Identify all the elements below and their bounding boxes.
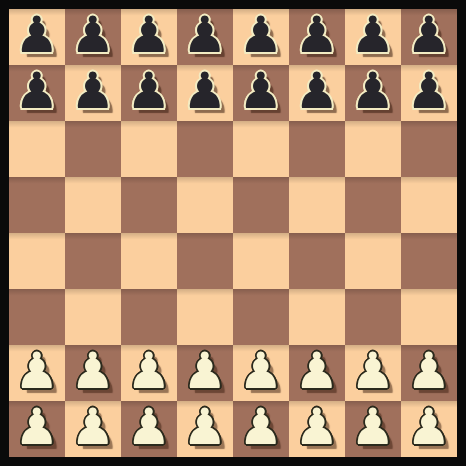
black-pawn[interactable]: ♟ xyxy=(351,63,396,119)
square-h4[interactable] xyxy=(401,233,457,289)
square-c7[interactable]: ♟ xyxy=(121,65,177,121)
square-g8[interactable]: ♟ xyxy=(345,9,401,65)
white-pawn[interactable]: ♟ xyxy=(351,343,396,399)
square-f4[interactable] xyxy=(289,233,345,289)
chess-board: ♟♟♟♟♟♟♟♟♟♟♟♟♟♟♟♟♟♟♟♟♟♟♟♟♟♟♟♟♟♟♟♟ xyxy=(9,9,457,457)
white-pawn[interactable]: ♟ xyxy=(15,343,60,399)
square-h3[interactable] xyxy=(401,289,457,345)
black-pawn[interactable]: ♟ xyxy=(407,63,452,119)
square-a1[interactable]: ♟ xyxy=(9,401,65,457)
square-c1[interactable]: ♟ xyxy=(121,401,177,457)
square-b1[interactable]: ♟ xyxy=(65,401,121,457)
square-h1[interactable]: ♟ xyxy=(401,401,457,457)
square-e6[interactable] xyxy=(233,121,289,177)
square-b5[interactable] xyxy=(65,177,121,233)
square-f3[interactable] xyxy=(289,289,345,345)
square-d8[interactable]: ♟ xyxy=(177,9,233,65)
square-g7[interactable]: ♟ xyxy=(345,65,401,121)
black-pawn[interactable]: ♟ xyxy=(15,63,60,119)
black-pawn[interactable]: ♟ xyxy=(127,63,172,119)
black-pawn[interactable]: ♟ xyxy=(183,63,228,119)
white-pawn[interactable]: ♟ xyxy=(295,399,340,455)
square-g6[interactable] xyxy=(345,121,401,177)
square-h5[interactable] xyxy=(401,177,457,233)
white-pawn[interactable]: ♟ xyxy=(183,399,228,455)
white-pawn[interactable]: ♟ xyxy=(351,399,396,455)
square-d2[interactable]: ♟ xyxy=(177,345,233,401)
square-c4[interactable] xyxy=(121,233,177,289)
black-pawn[interactable]: ♟ xyxy=(295,63,340,119)
square-g3[interactable] xyxy=(345,289,401,345)
square-b7[interactable]: ♟ xyxy=(65,65,121,121)
square-d7[interactable]: ♟ xyxy=(177,65,233,121)
square-a6[interactable] xyxy=(9,121,65,177)
square-g2[interactable]: ♟ xyxy=(345,345,401,401)
black-pawn[interactable]: ♟ xyxy=(127,7,172,63)
square-e2[interactable]: ♟ xyxy=(233,345,289,401)
square-a2[interactable]: ♟ xyxy=(9,345,65,401)
square-f1[interactable]: ♟ xyxy=(289,401,345,457)
black-pawn[interactable]: ♟ xyxy=(183,7,228,63)
black-pawn[interactable]: ♟ xyxy=(239,7,284,63)
black-pawn[interactable]: ♟ xyxy=(295,7,340,63)
square-f6[interactable] xyxy=(289,121,345,177)
square-e4[interactable] xyxy=(233,233,289,289)
square-g1[interactable]: ♟ xyxy=(345,401,401,457)
square-c2[interactable]: ♟ xyxy=(121,345,177,401)
white-pawn[interactable]: ♟ xyxy=(127,343,172,399)
square-h2[interactable]: ♟ xyxy=(401,345,457,401)
square-e3[interactable] xyxy=(233,289,289,345)
white-pawn[interactable]: ♟ xyxy=(183,343,228,399)
square-e8[interactable]: ♟ xyxy=(233,9,289,65)
square-a3[interactable] xyxy=(9,289,65,345)
square-b2[interactable]: ♟ xyxy=(65,345,121,401)
square-b3[interactable] xyxy=(65,289,121,345)
white-pawn[interactable]: ♟ xyxy=(407,399,452,455)
square-g4[interactable] xyxy=(345,233,401,289)
black-pawn[interactable]: ♟ xyxy=(71,7,116,63)
square-c6[interactable] xyxy=(121,121,177,177)
white-pawn[interactable]: ♟ xyxy=(239,399,284,455)
square-h7[interactable]: ♟ xyxy=(401,65,457,121)
square-d6[interactable] xyxy=(177,121,233,177)
square-a5[interactable] xyxy=(9,177,65,233)
black-pawn[interactable]: ♟ xyxy=(239,63,284,119)
black-pawn[interactable]: ♟ xyxy=(71,63,116,119)
square-f7[interactable]: ♟ xyxy=(289,65,345,121)
square-c5[interactable] xyxy=(121,177,177,233)
square-b6[interactable] xyxy=(65,121,121,177)
square-d5[interactable] xyxy=(177,177,233,233)
square-d4[interactable] xyxy=(177,233,233,289)
square-e7[interactable]: ♟ xyxy=(233,65,289,121)
white-pawn[interactable]: ♟ xyxy=(127,399,172,455)
black-pawn[interactable]: ♟ xyxy=(351,7,396,63)
black-pawn[interactable]: ♟ xyxy=(407,7,452,63)
white-pawn[interactable]: ♟ xyxy=(239,343,284,399)
white-pawn[interactable]: ♟ xyxy=(295,343,340,399)
white-pawn[interactable]: ♟ xyxy=(71,399,116,455)
square-d1[interactable]: ♟ xyxy=(177,401,233,457)
square-f5[interactable] xyxy=(289,177,345,233)
square-b8[interactable]: ♟ xyxy=(65,9,121,65)
square-h8[interactable]: ♟ xyxy=(401,9,457,65)
white-pawn[interactable]: ♟ xyxy=(407,343,452,399)
square-g5[interactable] xyxy=(345,177,401,233)
square-a8[interactable]: ♟ xyxy=(9,9,65,65)
square-e5[interactable] xyxy=(233,177,289,233)
square-a4[interactable] xyxy=(9,233,65,289)
square-c3[interactable] xyxy=(121,289,177,345)
square-h6[interactable] xyxy=(401,121,457,177)
white-pawn[interactable]: ♟ xyxy=(15,399,60,455)
square-f8[interactable]: ♟ xyxy=(289,9,345,65)
square-c8[interactable]: ♟ xyxy=(121,9,177,65)
square-d3[interactable] xyxy=(177,289,233,345)
square-a7[interactable]: ♟ xyxy=(9,65,65,121)
square-e1[interactable]: ♟ xyxy=(233,401,289,457)
black-pawn[interactable]: ♟ xyxy=(15,7,60,63)
square-b4[interactable] xyxy=(65,233,121,289)
board-frame: ♟♟♟♟♟♟♟♟♟♟♟♟♟♟♟♟♟♟♟♟♟♟♟♟♟♟♟♟♟♟♟♟ xyxy=(0,0,466,466)
square-f2[interactable]: ♟ xyxy=(289,345,345,401)
white-pawn[interactable]: ♟ xyxy=(71,343,116,399)
